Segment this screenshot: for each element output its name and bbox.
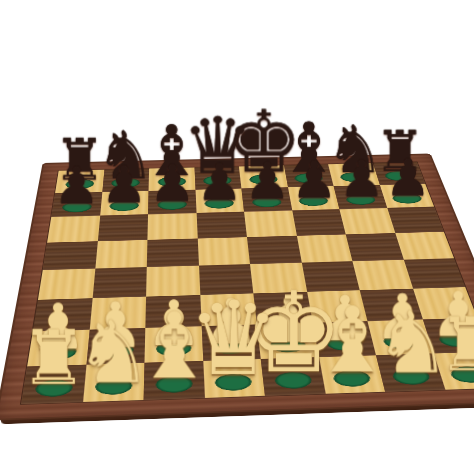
square-g7[interactable]: ♟ [334, 185, 387, 209]
square-f7[interactable]: ♟ [288, 186, 340, 211]
board-grid: ♜♞♝♛♚♝♞♜♟♟♟♟♟♟♟♟♟♟♟♟♟♟♟♟♜♞♝♛♚♝♞♜ [21, 162, 474, 404]
chess-board: ♜♞♝♛♚♝♞♜♟♟♟♟♟♟♟♟♟♟♟♟♟♟♟♟♜♞♝♛♚♝♞♜ [0, 154, 474, 421]
square-h7[interactable]: ♟ [379, 184, 434, 208]
square-h5[interactable] [395, 232, 454, 260]
square-b5[interactable] [95, 240, 148, 269]
black-pawn[interactable]: ♟ [244, 157, 290, 204]
square-c6[interactable] [147, 213, 197, 240]
black-pawn[interactable]: ♟ [149, 160, 195, 208]
square-b6[interactable] [97, 214, 148, 241]
square-f6[interactable] [292, 209, 346, 235]
square-d6[interactable] [196, 212, 247, 239]
square-c7[interactable]: ♟ [148, 190, 196, 215]
square-a5[interactable] [43, 241, 98, 270]
square-d5[interactable] [197, 237, 250, 266]
square-e6[interactable] [244, 211, 296, 237]
black-pawn[interactable]: ♟ [291, 156, 337, 203]
board-frame: ♜♞♝♛♚♝♞♜♟♟♟♟♟♟♟♟♟♟♟♟♟♟♟♟♜♞♝♛♚♝♞♜ [0, 154, 474, 421]
square-a6[interactable] [47, 216, 100, 243]
square-h6[interactable] [387, 207, 444, 233]
square-g6[interactable] [339, 208, 394, 234]
square-d7[interactable]: ♟ [195, 188, 244, 213]
product-photo-scene: ♜♞♝♛♚♝♞♜♟♟♟♟♟♟♟♟♟♟♟♟♟♟♟♟♜♞♝♛♚♝♞♜ [0, 0, 474, 474]
square-c1[interactable]: ♝ [144, 361, 205, 400]
white-rook[interactable]: ♜ [20, 324, 87, 393]
black-pawn[interactable]: ♟ [385, 154, 431, 201]
square-e5[interactable] [247, 236, 301, 264]
black-pawn[interactable]: ♟ [196, 159, 242, 207]
black-pawn[interactable]: ♟ [53, 162, 100, 210]
square-b1[interactable]: ♞ [83, 362, 145, 402]
square-b7[interactable]: ♟ [100, 191, 149, 216]
square-g5[interactable] [346, 233, 404, 261]
black-pawn[interactable]: ♟ [101, 161, 148, 209]
square-f5[interactable] [296, 234, 352, 262]
black-pawn[interactable]: ♟ [338, 155, 384, 202]
square-a7[interactable]: ♟ [51, 192, 102, 217]
square-a1[interactable]: ♜ [21, 364, 86, 404]
square-e7[interactable]: ♟ [241, 187, 291, 212]
square-c5[interactable] [147, 238, 199, 267]
